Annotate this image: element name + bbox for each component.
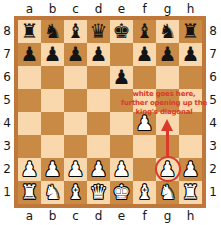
move-circle-annotation bbox=[155, 156, 181, 182]
white-bishop: ♝ bbox=[136, 181, 154, 204]
file-label-d: d bbox=[87, 3, 110, 15]
rank-label-1: 1 bbox=[0, 181, 14, 204]
move-arrow-head bbox=[161, 119, 173, 131]
square-g7[interactable]: ♟ bbox=[156, 43, 179, 66]
file-labels-bottom: abcdefgh bbox=[18, 208, 202, 225]
white-pawn: ♟ bbox=[44, 158, 62, 181]
file-label-h: h bbox=[179, 210, 202, 222]
square-d8[interactable]: ♛ bbox=[87, 20, 110, 43]
square-b1[interactable]: ♞ bbox=[41, 181, 64, 204]
file-label-g: g bbox=[156, 3, 179, 15]
file-label-h: h bbox=[179, 3, 202, 15]
move-annotation-text: white goes here, further opening up the … bbox=[116, 90, 212, 117]
square-f7[interactable]: ♟ bbox=[133, 43, 156, 66]
square-e2[interactable]: ♟ bbox=[110, 158, 133, 181]
rank-labels-left: 87654321 bbox=[0, 16, 14, 208]
square-h6[interactable] bbox=[179, 66, 202, 89]
square-b4[interactable] bbox=[41, 112, 64, 135]
file-labels-top: abcdefgh bbox=[18, 0, 202, 16]
square-f8[interactable]: ♝ bbox=[133, 20, 156, 43]
square-g8[interactable]: ♞ bbox=[156, 20, 179, 43]
rank-label-5: 5 bbox=[0, 89, 14, 112]
white-pawn: ♟ bbox=[113, 158, 131, 181]
square-c7[interactable]: ♟ bbox=[64, 43, 87, 66]
square-g1[interactable]: ♞ bbox=[156, 181, 179, 204]
file-label-e: e bbox=[110, 210, 133, 222]
square-d7[interactable]: ♟ bbox=[87, 43, 110, 66]
black-pawn: ♟ bbox=[21, 43, 39, 66]
square-h8[interactable]: ♜ bbox=[179, 20, 202, 43]
square-e6[interactable]: ♟ bbox=[110, 66, 133, 89]
square-b7[interactable]: ♟ bbox=[41, 43, 64, 66]
square-a1[interactable]: ♜ bbox=[18, 181, 41, 204]
rank-label-8: 8 bbox=[0, 20, 14, 43]
square-a3[interactable] bbox=[18, 135, 41, 158]
square-e7[interactable] bbox=[110, 43, 133, 66]
annotation-line-2: further opening up the bbox=[116, 99, 212, 108]
square-c1[interactable]: ♝ bbox=[64, 181, 87, 204]
white-knight: ♞ bbox=[44, 181, 62, 204]
square-d3[interactable] bbox=[87, 135, 110, 158]
square-b2[interactable]: ♟ bbox=[41, 158, 64, 181]
rank-label-1: 1 bbox=[206, 181, 220, 204]
file-label-a: a bbox=[18, 210, 41, 222]
square-h2[interactable]: ♟ bbox=[179, 158, 202, 181]
rank-label-4: 4 bbox=[0, 112, 14, 135]
annotation-line-3: king's diagonal bbox=[116, 108, 212, 117]
black-king: ♚ bbox=[113, 20, 131, 43]
white-rook: ♜ bbox=[21, 181, 39, 204]
square-d1[interactable]: ♛ bbox=[87, 181, 110, 204]
white-rook: ♜ bbox=[182, 181, 200, 204]
square-e8[interactable]: ♚ bbox=[110, 20, 133, 43]
black-pawn: ♟ bbox=[113, 66, 131, 89]
white-pawn: ♟ bbox=[90, 158, 108, 181]
square-b6[interactable] bbox=[41, 66, 64, 89]
square-f1[interactable]: ♝ bbox=[133, 181, 156, 204]
chess-diagram: abcdefgh 87654321 white goes here, furth… bbox=[0, 0, 221, 225]
file-label-b: b bbox=[41, 3, 64, 15]
square-a2[interactable]: ♟ bbox=[18, 158, 41, 181]
square-c2[interactable]: ♟ bbox=[64, 158, 87, 181]
black-pawn: ♟ bbox=[44, 43, 62, 66]
square-f3[interactable] bbox=[133, 135, 156, 158]
white-knight: ♞ bbox=[159, 181, 177, 204]
rank-label-6: 6 bbox=[0, 66, 14, 89]
file-label-b: b bbox=[41, 210, 64, 222]
white-king: ♚ bbox=[113, 181, 131, 204]
square-c8[interactable]: ♝ bbox=[64, 20, 87, 43]
file-label-c: c bbox=[64, 210, 87, 222]
rank-label-7: 7 bbox=[0, 43, 14, 66]
square-a4[interactable] bbox=[18, 112, 41, 135]
square-d4[interactable] bbox=[87, 112, 110, 135]
rank-label-3: 3 bbox=[0, 135, 14, 158]
square-f2[interactable] bbox=[133, 158, 156, 181]
square-c5[interactable] bbox=[64, 89, 87, 112]
file-label-a: a bbox=[18, 3, 41, 15]
white-pawn: ♟ bbox=[21, 158, 39, 181]
file-label-e: e bbox=[110, 3, 133, 15]
rank-label-8: 8 bbox=[206, 20, 220, 43]
file-label-f: f bbox=[133, 3, 156, 15]
square-a7[interactable]: ♟ bbox=[18, 43, 41, 66]
move-arrow-shaft bbox=[166, 130, 169, 157]
file-label-c: c bbox=[64, 3, 87, 15]
black-pawn: ♟ bbox=[136, 43, 154, 66]
black-pawn: ♟ bbox=[159, 43, 177, 66]
square-f6[interactable] bbox=[133, 66, 156, 89]
square-a8[interactable]: ♜ bbox=[18, 20, 41, 43]
white-pawn: ♟ bbox=[182, 158, 200, 181]
black-bishop: ♝ bbox=[136, 20, 154, 43]
square-h7[interactable]: ♟ bbox=[179, 43, 202, 66]
square-d5[interactable] bbox=[87, 89, 110, 112]
black-queen: ♛ bbox=[90, 20, 108, 43]
black-pawn: ♟ bbox=[182, 43, 200, 66]
square-e1[interactable]: ♚ bbox=[110, 181, 133, 204]
chess-board: white goes here, further opening up the … bbox=[14, 16, 206, 208]
rank-label-2: 2 bbox=[206, 158, 220, 181]
file-label-d: d bbox=[87, 210, 110, 222]
black-pawn: ♟ bbox=[90, 43, 108, 66]
square-h3[interactable] bbox=[179, 135, 202, 158]
square-c6[interactable] bbox=[64, 66, 87, 89]
file-label-g: g bbox=[156, 210, 179, 222]
black-knight: ♞ bbox=[159, 20, 177, 43]
square-d6[interactable] bbox=[87, 66, 110, 89]
square-c4[interactable] bbox=[64, 112, 87, 135]
black-rook: ♜ bbox=[21, 20, 39, 43]
square-a5[interactable] bbox=[18, 89, 41, 112]
white-bishop: ♝ bbox=[67, 181, 85, 204]
white-queen: ♛ bbox=[90, 181, 108, 204]
square-g6[interactable] bbox=[156, 66, 179, 89]
square-h1[interactable]: ♜ bbox=[179, 181, 202, 204]
annotation-line-1: white goes here, bbox=[116, 90, 212, 99]
black-bishop: ♝ bbox=[67, 20, 85, 43]
square-d2[interactable]: ♟ bbox=[87, 158, 110, 181]
black-knight: ♞ bbox=[44, 20, 62, 43]
rank-label-3: 3 bbox=[206, 135, 220, 158]
rank-label-7: 7 bbox=[206, 43, 220, 66]
square-e3[interactable] bbox=[110, 135, 133, 158]
file-label-f: f bbox=[133, 210, 156, 222]
square-b8[interactable]: ♞ bbox=[41, 20, 64, 43]
black-rook: ♜ bbox=[182, 20, 200, 43]
square-c3[interactable] bbox=[64, 135, 87, 158]
square-a6[interactable] bbox=[18, 66, 41, 89]
square-b5[interactable] bbox=[41, 89, 64, 112]
rank-label-6: 6 bbox=[206, 66, 220, 89]
rank-label-2: 2 bbox=[0, 158, 14, 181]
white-pawn: ♟ bbox=[67, 158, 85, 181]
square-b3[interactable] bbox=[41, 135, 64, 158]
black-pawn: ♟ bbox=[67, 43, 85, 66]
